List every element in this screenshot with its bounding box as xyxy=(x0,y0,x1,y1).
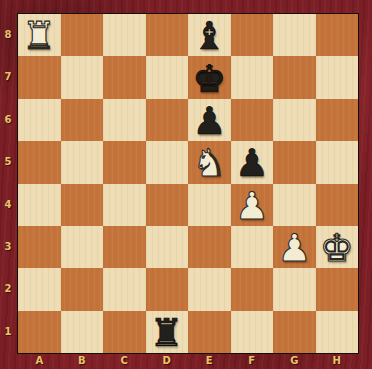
square-g7[interactable] xyxy=(273,56,316,98)
square-f6[interactable] xyxy=(231,99,274,141)
white-knight[interactable]: ♞ xyxy=(192,142,226,183)
square-d3[interactable] xyxy=(146,226,189,268)
rank-label-7: 7 xyxy=(0,56,16,98)
square-d6[interactable] xyxy=(146,99,189,141)
square-d8[interactable] xyxy=(146,14,189,56)
square-b5[interactable] xyxy=(61,141,104,183)
rank-label-3: 3 xyxy=(0,226,16,268)
square-e5[interactable]: ♞ xyxy=(188,141,231,183)
square-e2[interactable] xyxy=(188,268,231,310)
black-bishop[interactable]: ♝ xyxy=(192,15,226,56)
file-label-E: E xyxy=(188,353,231,369)
square-h1[interactable] xyxy=(316,311,359,353)
square-b1[interactable] xyxy=(61,311,104,353)
square-h3[interactable]: ♚ xyxy=(316,226,359,268)
square-d5[interactable] xyxy=(146,141,189,183)
square-b4[interactable] xyxy=(61,184,104,226)
square-g3[interactable]: ♟ xyxy=(273,226,316,268)
square-c6[interactable] xyxy=(103,99,146,141)
white-pawn[interactable]: ♟ xyxy=(277,227,311,268)
square-a1[interactable] xyxy=(18,311,61,353)
square-c3[interactable] xyxy=(103,226,146,268)
square-b7[interactable] xyxy=(61,56,104,98)
black-pawn[interactable]: ♟ xyxy=(235,142,269,183)
square-e4[interactable] xyxy=(188,184,231,226)
square-c8[interactable] xyxy=(103,14,146,56)
board-frame: ♜♝♚♟♞♟♟♟♚♜ 87654321 ABCDEFGH xyxy=(0,0,372,369)
square-f5[interactable]: ♟ xyxy=(231,141,274,183)
rank-label-1: 1 xyxy=(0,311,16,353)
file-label-C: C xyxy=(103,353,146,369)
square-h5[interactable] xyxy=(316,141,359,183)
square-g4[interactable] xyxy=(273,184,316,226)
white-king[interactable]: ♚ xyxy=(320,227,354,268)
black-pawn[interactable]: ♟ xyxy=(192,100,226,141)
square-a7[interactable] xyxy=(18,56,61,98)
square-b3[interactable] xyxy=(61,226,104,268)
black-king[interactable]: ♚ xyxy=(192,58,226,99)
square-a6[interactable] xyxy=(18,99,61,141)
square-b8[interactable] xyxy=(61,14,104,56)
square-f8[interactable] xyxy=(231,14,274,56)
file-label-H: H xyxy=(316,353,359,369)
square-g6[interactable] xyxy=(273,99,316,141)
square-c2[interactable] xyxy=(103,268,146,310)
black-rook[interactable]: ♜ xyxy=(150,312,184,353)
rank-label-2: 2 xyxy=(0,268,16,310)
square-f4[interactable]: ♟ xyxy=(231,184,274,226)
square-a2[interactable] xyxy=(18,268,61,310)
square-g1[interactable] xyxy=(273,311,316,353)
file-label-B: B xyxy=(61,353,104,369)
square-e6[interactable]: ♟ xyxy=(188,99,231,141)
square-e1[interactable] xyxy=(188,311,231,353)
square-a5[interactable] xyxy=(18,141,61,183)
rank-label-6: 6 xyxy=(0,99,16,141)
square-h8[interactable] xyxy=(316,14,359,56)
square-f7[interactable] xyxy=(231,56,274,98)
square-h7[interactable] xyxy=(316,56,359,98)
square-g2[interactable] xyxy=(273,268,316,310)
square-c1[interactable] xyxy=(103,311,146,353)
file-label-D: D xyxy=(146,353,189,369)
square-f2[interactable] xyxy=(231,268,274,310)
rank-label-8: 8 xyxy=(0,14,16,56)
square-e3[interactable] xyxy=(188,226,231,268)
square-c5[interactable] xyxy=(103,141,146,183)
square-h4[interactable] xyxy=(316,184,359,226)
file-label-A: A xyxy=(18,353,61,369)
file-label-F: F xyxy=(231,353,274,369)
square-h2[interactable] xyxy=(316,268,359,310)
square-c7[interactable] xyxy=(103,56,146,98)
square-h6[interactable] xyxy=(316,99,359,141)
square-f1[interactable] xyxy=(231,311,274,353)
square-e8[interactable]: ♝ xyxy=(188,14,231,56)
rank-label-4: 4 xyxy=(0,184,16,226)
square-a8[interactable]: ♜ xyxy=(18,14,61,56)
white-pawn[interactable]: ♟ xyxy=(235,185,269,226)
file-label-G: G xyxy=(273,353,316,369)
square-d4[interactable] xyxy=(146,184,189,226)
square-g5[interactable] xyxy=(273,141,316,183)
square-g8[interactable] xyxy=(273,14,316,56)
square-d2[interactable] xyxy=(146,268,189,310)
chess-board: ♜♝♚♟♞♟♟♟♚♜ xyxy=(17,13,359,354)
square-a3[interactable] xyxy=(18,226,61,268)
square-f3[interactable] xyxy=(231,226,274,268)
square-d1[interactable]: ♜ xyxy=(146,311,189,353)
square-b2[interactable] xyxy=(61,268,104,310)
square-d7[interactable] xyxy=(146,56,189,98)
rank-label-5: 5 xyxy=(0,141,16,183)
white-rook[interactable]: ♜ xyxy=(22,15,56,56)
square-a4[interactable] xyxy=(18,184,61,226)
square-b6[interactable] xyxy=(61,99,104,141)
square-e7[interactable]: ♚ xyxy=(188,56,231,98)
square-c4[interactable] xyxy=(103,184,146,226)
